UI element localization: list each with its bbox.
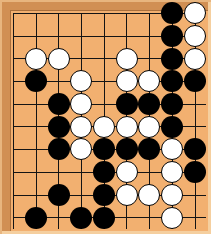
grid-line-v <box>13 206 14 229</box>
black-stone <box>93 207 115 229</box>
board-grid <box>2 2 206 229</box>
black-stone <box>161 116 183 138</box>
intersection-c6r3[interactable] <box>115 47 138 70</box>
intersection-c2r3[interactable] <box>25 47 48 70</box>
intersection-c5r5[interactable] <box>93 93 116 116</box>
grid-line-h <box>13 172 25 173</box>
black-stone <box>116 93 138 115</box>
intersection-c3r6[interactable] <box>47 115 70 138</box>
intersection-c3r10[interactable] <box>47 206 70 229</box>
intersection-c1r7[interactable] <box>2 138 25 161</box>
white-stone <box>138 70 160 92</box>
intersection-c8r5[interactable] <box>161 93 184 116</box>
grid-line-v <box>126 206 127 229</box>
white-stone <box>161 184 183 206</box>
grid-line-v <box>104 25 105 48</box>
intersection-c1r10[interactable] <box>2 206 25 229</box>
intersection-c9r3[interactable] <box>184 47 207 70</box>
grid-line-h <box>13 36 25 37</box>
intersection-c7r9[interactable] <box>138 184 161 207</box>
white-stone <box>116 161 138 183</box>
black-stone <box>93 138 115 160</box>
white-stone <box>93 116 115 138</box>
intersection-c6r7[interactable] <box>115 138 138 161</box>
white-stone <box>116 116 138 138</box>
grid-line-v <box>13 25 14 48</box>
intersection-c3r8[interactable] <box>47 161 70 184</box>
grid-line-v <box>13 13 14 25</box>
black-stone <box>93 161 115 183</box>
intersection-c4r10[interactable] <box>70 206 93 229</box>
white-stone <box>116 48 138 70</box>
grid-line-v <box>195 206 196 229</box>
intersection-c9r6[interactable] <box>184 115 207 138</box>
grid-line-v <box>81 25 82 48</box>
grid-line-v <box>195 184 196 207</box>
grid-line-v <box>81 47 82 70</box>
grid-line-v <box>81 184 82 207</box>
intersection-c5r3[interactable] <box>93 47 116 70</box>
intersection-c1r1[interactable] <box>2 2 25 25</box>
black-stone <box>93 184 115 206</box>
intersection-c3r3[interactable] <box>47 47 70 70</box>
intersection-c2r9[interactable] <box>25 184 48 207</box>
black-stone <box>161 2 183 24</box>
intersection-c6r2[interactable] <box>115 25 138 48</box>
intersection-c9r1[interactable] <box>184 2 207 25</box>
grid-line-v <box>58 70 59 93</box>
grid-line-h <box>13 195 25 196</box>
white-stone <box>116 70 138 92</box>
black-stone <box>161 25 183 47</box>
intersection-c8r9[interactable] <box>161 184 184 207</box>
intersection-c6r1[interactable] <box>115 2 138 25</box>
intersection-c9r4[interactable] <box>184 70 207 93</box>
grid-line-v <box>13 47 14 70</box>
intersection-c2r10[interactable] <box>25 206 48 229</box>
intersection-c9r5[interactable] <box>184 93 207 116</box>
intersection-c8r2[interactable] <box>161 25 184 48</box>
intersection-c8r8[interactable] <box>161 161 184 184</box>
grid-line-v <box>149 206 150 229</box>
intersection-c6r4[interactable] <box>115 70 138 93</box>
grid-line-v <box>149 47 150 70</box>
grid-line-v <box>36 93 37 116</box>
grid-line-v <box>13 184 14 207</box>
black-stone <box>138 138 160 160</box>
grid-line-v <box>195 93 196 116</box>
white-stone <box>184 48 206 70</box>
board-edge-right <box>208 0 211 234</box>
grid-line-v <box>36 115 37 138</box>
grid-line-v <box>104 47 105 70</box>
grid-line-v <box>13 70 14 93</box>
intersection-c1r8[interactable] <box>2 161 25 184</box>
intersection-c2r7[interactable] <box>25 138 48 161</box>
grid-line-v <box>149 13 150 25</box>
intersection-c2r6[interactable] <box>25 115 48 138</box>
black-stone <box>161 48 183 70</box>
board-edge-bottom <box>0 231 211 234</box>
black-stone <box>184 161 206 183</box>
white-stone <box>48 48 70 70</box>
intersection-c1r9[interactable] <box>2 184 25 207</box>
grid-line-v <box>58 13 59 25</box>
intersection-c6r8[interactable] <box>115 161 138 184</box>
grid-line-h <box>13 104 25 105</box>
white-stone <box>161 138 183 160</box>
grid-line-v <box>104 13 105 25</box>
white-stone <box>70 116 92 138</box>
intersection-c3r4[interactable] <box>47 70 70 93</box>
intersection-c8r10[interactable] <box>161 206 184 229</box>
black-stone <box>48 184 70 206</box>
intersection-c6r6[interactable] <box>115 115 138 138</box>
intersection-c7r3[interactable] <box>138 47 161 70</box>
intersection-c1r2[interactable] <box>2 25 25 48</box>
intersection-c5r10[interactable] <box>93 206 116 229</box>
intersection-c2r8[interactable] <box>25 161 48 184</box>
intersection-c9r7[interactable] <box>184 138 207 161</box>
intersection-c8r3[interactable] <box>161 47 184 70</box>
white-stone <box>70 70 92 92</box>
intersection-c3r1[interactable] <box>47 2 70 25</box>
intersection-c1r6[interactable] <box>2 115 25 138</box>
intersection-c7r7[interactable] <box>138 138 161 161</box>
intersection-c5r1[interactable] <box>93 2 116 25</box>
intersection-c5r2[interactable] <box>93 25 116 48</box>
grid-line-v <box>13 93 14 116</box>
grid-line-h <box>13 81 25 82</box>
grid-line-v <box>104 93 105 116</box>
white-stone <box>184 2 206 24</box>
black-stone <box>184 70 206 92</box>
intersection-c3r5[interactable] <box>47 93 70 116</box>
intersection-c5r9[interactable] <box>93 184 116 207</box>
grid-line-h <box>13 217 25 218</box>
intersection-c2r4[interactable] <box>25 70 48 93</box>
intersection-c7r1[interactable] <box>138 2 161 25</box>
intersection-c6r10[interactable] <box>115 206 138 229</box>
intersection-c7r6[interactable] <box>138 115 161 138</box>
intersection-c4r2[interactable] <box>70 25 93 48</box>
grid-line-v <box>36 184 37 207</box>
intersection-c3r9[interactable] <box>47 184 70 207</box>
intersection-c7r5[interactable] <box>138 93 161 116</box>
intersection-c6r9[interactable] <box>115 184 138 207</box>
white-stone <box>161 207 183 229</box>
grid-line-v <box>36 161 37 184</box>
grid-line-v <box>58 161 59 184</box>
intersection-c3r2[interactable] <box>47 25 70 48</box>
go-board <box>0 0 211 234</box>
intersection-c5r7[interactable] <box>93 138 116 161</box>
intersection-c5r8[interactable] <box>93 161 116 184</box>
white-stone <box>138 116 160 138</box>
black-stone <box>184 138 206 160</box>
grid-line-v <box>36 13 37 25</box>
white-stone <box>25 48 47 70</box>
white-stone <box>184 25 206 47</box>
black-stone <box>70 207 92 229</box>
intersection-c7r8[interactable] <box>138 161 161 184</box>
white-stone <box>138 184 160 206</box>
black-stone <box>116 138 138 160</box>
black-stone <box>25 70 47 92</box>
intersection-c5r4[interactable] <box>93 70 116 93</box>
intersection-c8r4[interactable] <box>161 70 184 93</box>
intersection-c4r8[interactable] <box>70 161 93 184</box>
grid-line-v <box>126 13 127 25</box>
grid-line-v <box>58 25 59 48</box>
white-stone <box>70 138 92 160</box>
intersection-c7r10[interactable] <box>138 206 161 229</box>
intersection-c4r3[interactable] <box>70 47 93 70</box>
intersection-c9r8[interactable] <box>184 161 207 184</box>
intersection-c3r7[interactable] <box>47 138 70 161</box>
grid-line-v <box>13 115 14 138</box>
intersection-c1r3[interactable] <box>2 47 25 70</box>
grid-line-v <box>13 161 14 184</box>
grid-line-v <box>81 13 82 25</box>
black-stone <box>161 93 183 115</box>
grid-line-v <box>58 206 59 229</box>
grid-line-v <box>81 161 82 184</box>
intersection-c8r6[interactable] <box>161 115 184 138</box>
intersection-c9r2[interactable] <box>184 25 207 48</box>
intersection-c5r6[interactable] <box>93 115 116 138</box>
grid-line-h <box>13 13 25 14</box>
intersection-c4r7[interactable] <box>70 138 93 161</box>
intersection-c4r4[interactable] <box>70 70 93 93</box>
intersection-c1r4[interactable] <box>2 70 25 93</box>
grid-line-v <box>13 138 14 161</box>
grid-line-v <box>195 115 196 138</box>
intersection-c7r2[interactable] <box>138 25 161 48</box>
black-stone <box>48 138 70 160</box>
intersection-c2r1[interactable] <box>25 2 48 25</box>
black-stone <box>138 93 160 115</box>
intersection-c8r1[interactable] <box>161 2 184 25</box>
grid-line-v <box>36 25 37 48</box>
intersection-c6r5[interactable] <box>115 93 138 116</box>
black-stone <box>48 116 70 138</box>
grid-line-v <box>104 70 105 93</box>
intersection-c7r4[interactable] <box>138 70 161 93</box>
intersection-c4r5[interactable] <box>70 93 93 116</box>
grid-line-h <box>13 149 25 150</box>
intersection-c1r5[interactable] <box>2 93 25 116</box>
white-stone <box>116 184 138 206</box>
intersection-c4r9[interactable] <box>70 184 93 207</box>
black-stone <box>48 93 70 115</box>
black-stone <box>25 207 47 229</box>
intersection-c8r7[interactable] <box>161 138 184 161</box>
grid-line-v <box>126 25 127 48</box>
grid-line-h <box>13 126 25 127</box>
black-stone <box>161 70 183 92</box>
white-stone <box>70 93 92 115</box>
grid-line-h <box>13 58 25 59</box>
white-stone <box>161 161 183 183</box>
grid-line-v <box>149 161 150 184</box>
intersection-c4r6[interactable] <box>70 115 93 138</box>
intersection-c4r1[interactable] <box>70 2 93 25</box>
intersection-c9r10[interactable] <box>184 206 207 229</box>
intersection-c2r2[interactable] <box>25 25 48 48</box>
grid-line-v <box>36 138 37 161</box>
grid-line-v <box>149 25 150 48</box>
intersection-c9r9[interactable] <box>184 184 207 207</box>
intersection-c2r5[interactable] <box>25 93 48 116</box>
